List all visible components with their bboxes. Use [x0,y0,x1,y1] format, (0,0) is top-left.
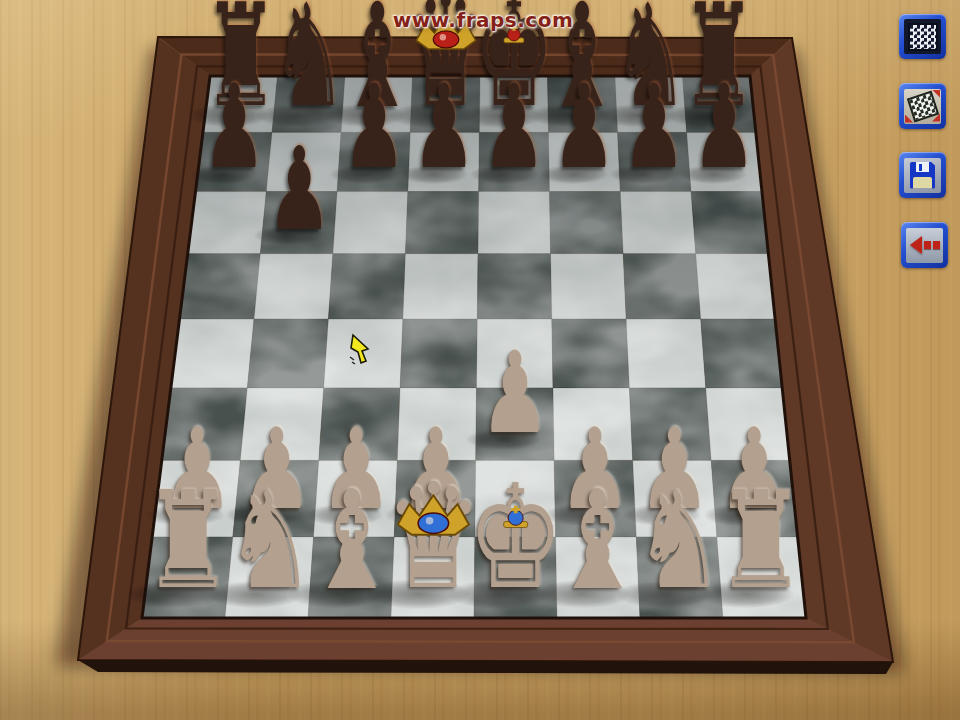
piece-white-knight-g1[interactable]: ♞ [634,474,725,608]
piece-black-pawn-f7[interactable]: ♟ [552,69,616,185]
piece-black-knight-b8[interactable]: ♞ [271,0,347,128]
view-3d-button[interactable] [899,83,946,129]
piece-black-pawn-b6[interactable]: ♟ [266,131,332,246]
piece-white-rook-h1[interactable]: ♜ [715,474,806,608]
piece-white-knight-b1[interactable]: ♞ [224,474,315,608]
piece-black-pawn-d7[interactable]: ♟ [412,69,476,185]
piece-white-rook-a1[interactable]: ♜ [143,474,234,608]
flat-checkerboard-icon [904,19,941,54]
piece-black-pawn-e7[interactable]: ♟ [482,69,546,185]
piece-white-bishop-f1[interactable]: ♝ [551,473,643,610]
red-back-arrow-icon [906,228,943,263]
piece-black-pawn-h7[interactable]: ♟ [692,69,756,185]
piece-black-pawn-g7[interactable]: ♟ [622,69,686,185]
chess-app-window: ♜♞♝♛♚♝♞♜♟♟♟♟♟♟♟♟♟♟♟♟♟♟♟♟♜♞♝♛♚♝♞♜ www.fra… [0,0,960,720]
save-game-button[interactable] [899,152,946,198]
tilted-checkerboard-icon [904,89,941,124]
fraps-watermark: www.fraps.com [393,8,574,32]
undo-move-button[interactable] [901,222,948,268]
view-2d-button[interactable] [899,14,946,59]
piece-white-king-e1[interactable]: ♚ [467,467,564,610]
floppy-disk-icon [904,158,941,193]
piece-white-pawn-e3[interactable]: ♟ [479,338,550,451]
piece-black-pawn-a7[interactable]: ♟ [202,69,266,185]
piece-black-pawn-c7[interactable]: ♟ [342,69,406,185]
